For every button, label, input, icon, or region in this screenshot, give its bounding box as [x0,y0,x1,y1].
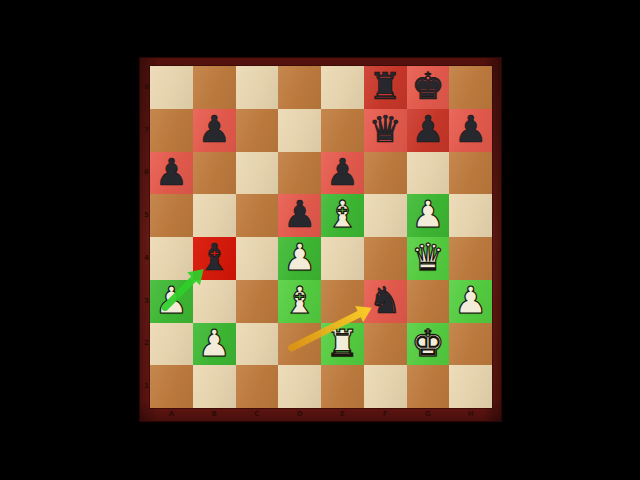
white-rook-e2: ♜ [321,323,364,366]
square-h7[interactable]: ♟ [449,109,492,152]
square-h2[interactable] [449,323,492,366]
square-g8[interactable]: ♚ [407,66,450,109]
square-b2[interactable]: ♟ [193,323,236,366]
square-c5[interactable] [236,194,279,237]
square-d3[interactable]: ♝ [278,280,321,323]
file-label-h: H [467,411,475,418]
square-a1[interactable] [150,365,193,408]
square-h3[interactable]: ♟ [449,280,492,323]
square-f5[interactable] [364,194,407,237]
file-label-g: G [424,411,432,418]
white-bishop-e5: ♝ [321,194,364,237]
white-bishop-d3: ♝ [278,280,321,323]
square-g1[interactable] [407,365,450,408]
chess-board: ♜♚♟♛♟♟♟♟♟♝♟♝♟♛♟♝♞♟♟♜♚ [150,66,492,408]
square-b1[interactable] [193,365,236,408]
file-label-c: C [253,411,261,418]
white-king-g2: ♚ [407,323,450,366]
black-queen-f7: ♛ [364,109,407,152]
square-c1[interactable] [236,365,279,408]
square-a2[interactable] [150,323,193,366]
white-pawn-a3: ♟ [150,280,193,323]
square-c6[interactable] [236,152,279,195]
square-d7[interactable] [278,109,321,152]
square-e4[interactable] [321,237,364,280]
square-d4[interactable]: ♟ [278,237,321,280]
rank-label-3: 3 [143,298,150,305]
square-h5[interactable] [449,194,492,237]
black-bishop-b4: ♝ [193,237,236,280]
square-f2[interactable] [364,323,407,366]
square-a4[interactable] [150,237,193,280]
black-pawn-g7: ♟ [407,109,450,152]
square-b8[interactable] [193,66,236,109]
black-pawn-a6: ♟ [150,152,193,195]
square-a6[interactable]: ♟ [150,152,193,195]
file-label-e: E [338,411,346,418]
square-c8[interactable] [236,66,279,109]
square-e5[interactable]: ♝ [321,194,364,237]
square-c2[interactable] [236,323,279,366]
white-pawn-h3: ♟ [449,280,492,323]
square-d2[interactable] [278,323,321,366]
square-d8[interactable] [278,66,321,109]
square-c4[interactable] [236,237,279,280]
black-pawn-h7: ♟ [449,109,492,152]
rank-label-8: 8 [143,84,150,91]
black-knight-f3: ♞ [364,280,407,323]
square-f7[interactable]: ♛ [364,109,407,152]
file-label-b: B [210,411,218,418]
square-c7[interactable] [236,109,279,152]
square-h4[interactable] [449,237,492,280]
square-f8[interactable]: ♜ [364,66,407,109]
square-c3[interactable] [236,280,279,323]
file-label-f: F [381,411,389,418]
background: ♜♚♟♛♟♟♟♟♟♝♟♝♟♛♟♝♞♟♟♜♚ 12345678ABCDEFGH [0,0,640,480]
square-g5[interactable]: ♟ [407,194,450,237]
black-pawn-d5: ♟ [278,194,321,237]
chess-board-frame: ♜♚♟♛♟♟♟♟♟♝♟♝♟♛♟♝♞♟♟♜♚ 12345678ABCDEFGH [140,58,501,421]
square-a5[interactable] [150,194,193,237]
square-e3[interactable] [321,280,364,323]
square-f1[interactable] [364,365,407,408]
square-e6[interactable]: ♟ [321,152,364,195]
square-h8[interactable] [449,66,492,109]
square-g3[interactable] [407,280,450,323]
square-g7[interactable]: ♟ [407,109,450,152]
black-pawn-e6: ♟ [321,152,364,195]
square-g4[interactable]: ♛ [407,237,450,280]
white-pawn-g5: ♟ [407,194,450,237]
square-a3[interactable]: ♟ [150,280,193,323]
square-e7[interactable] [321,109,364,152]
square-h1[interactable] [449,365,492,408]
square-e8[interactable] [321,66,364,109]
square-e1[interactable] [321,365,364,408]
rank-label-7: 7 [143,127,150,134]
rank-label-2: 2 [143,340,150,347]
square-b3[interactable] [193,280,236,323]
white-pawn-b2: ♟ [193,323,236,366]
white-queen-g4: ♛ [407,237,450,280]
rank-label-4: 4 [143,255,150,262]
square-f6[interactable] [364,152,407,195]
black-rook-f8: ♜ [364,66,407,109]
square-f4[interactable] [364,237,407,280]
white-pawn-d4: ♟ [278,237,321,280]
file-label-a: A [167,411,175,418]
square-f3[interactable]: ♞ [364,280,407,323]
rank-label-6: 6 [143,169,150,176]
rank-label-5: 5 [143,212,150,219]
square-b4[interactable]: ♝ [193,237,236,280]
black-king-g8: ♚ [407,66,450,109]
square-d1[interactable] [278,365,321,408]
square-a7[interactable] [150,109,193,152]
square-g2[interactable]: ♚ [407,323,450,366]
square-b7[interactable]: ♟ [193,109,236,152]
file-label-d: D [296,411,304,418]
square-h6[interactable] [449,152,492,195]
square-g6[interactable] [407,152,450,195]
rank-label-1: 1 [143,383,150,390]
square-a8[interactable] [150,66,193,109]
square-b6[interactable] [193,152,236,195]
square-b5[interactable] [193,194,236,237]
square-d5[interactable]: ♟ [278,194,321,237]
square-e2[interactable]: ♜ [321,323,364,366]
black-pawn-b7: ♟ [193,109,236,152]
square-d6[interactable] [278,152,321,195]
